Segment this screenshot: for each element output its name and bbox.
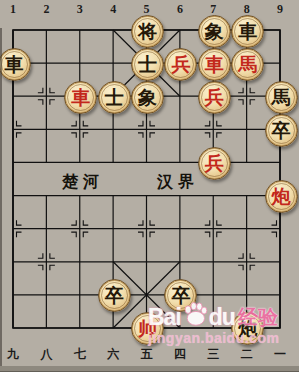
black-general[interactable]: 将 <box>131 15 164 48</box>
xiangqi-board: 123456789 九八七六五四三二一 楚河 汉界 将象車車士兵車馬車士象兵馬卒… <box>0 0 299 372</box>
piece-glyph: 兵 <box>205 154 224 173</box>
black-advisor[interactable]: 士 <box>98 81 131 114</box>
left-edge-shadow <box>0 28 2 372</box>
piece-glyph: 車 <box>238 22 257 41</box>
piece-glyph: 士 <box>105 88 124 107</box>
baidu-brand-cn: 经验 <box>238 304 278 331</box>
piece-glyph: 象 <box>205 22 224 41</box>
piece-glyph: 車 <box>71 88 90 107</box>
black-elephant[interactable]: 象 <box>131 81 164 114</box>
river-label-right: 汉界 <box>157 172 199 193</box>
red-soldier[interactable]: 兵 <box>198 147 231 180</box>
piece-glyph: 車 <box>205 55 224 74</box>
baidu-brand-part1: Bai <box>148 304 181 331</box>
piece-glyph: 象 <box>138 88 157 107</box>
baidu-brand: Bai du 经验 <box>148 297 279 331</box>
red-chariot[interactable]: 車 <box>198 48 231 81</box>
red-horse[interactable]: 馬 <box>231 48 264 81</box>
river-label-left: 楚河 <box>62 172 104 193</box>
baidu-watermark: Bai du 经验 jingyan.baidu.com <box>148 297 279 346</box>
black-advisor[interactable]: 士 <box>131 48 164 81</box>
red-soldier[interactable]: 兵 <box>164 48 197 81</box>
black-chariot[interactable]: 車 <box>231 15 264 48</box>
black-soldier[interactable]: 卒 <box>265 114 298 147</box>
piece-glyph: 卒 <box>105 286 124 305</box>
red-cannon[interactable]: 炮 <box>265 180 298 213</box>
piece-glyph: 士 <box>138 55 157 74</box>
black-horse[interactable]: 馬 <box>265 81 298 114</box>
piece-glyph: 兵 <box>171 55 190 74</box>
piece-glyph: 将 <box>138 22 157 41</box>
baidu-brand-part2: du <box>209 304 235 331</box>
piece-glyph: 炮 <box>272 187 291 206</box>
piece-glyph: 卒 <box>272 121 291 140</box>
black-elephant[interactable]: 象 <box>198 15 231 48</box>
baidu-paw-icon <box>180 301 210 327</box>
red-chariot[interactable]: 車 <box>64 81 97 114</box>
piece-glyph: 車 <box>5 55 24 74</box>
bottom-edge-shadow <box>0 366 299 372</box>
red-soldier[interactable]: 兵 <box>198 81 231 114</box>
piece-glyph: 兵 <box>205 88 224 107</box>
black-chariot[interactable]: 車 <box>0 48 31 81</box>
baidu-watermark-url: jingyan.baidu.com <box>148 330 279 346</box>
piece-glyph: 馬 <box>272 88 291 107</box>
black-soldier[interactable]: 卒 <box>98 279 131 312</box>
piece-glyph: 馬 <box>238 55 257 74</box>
